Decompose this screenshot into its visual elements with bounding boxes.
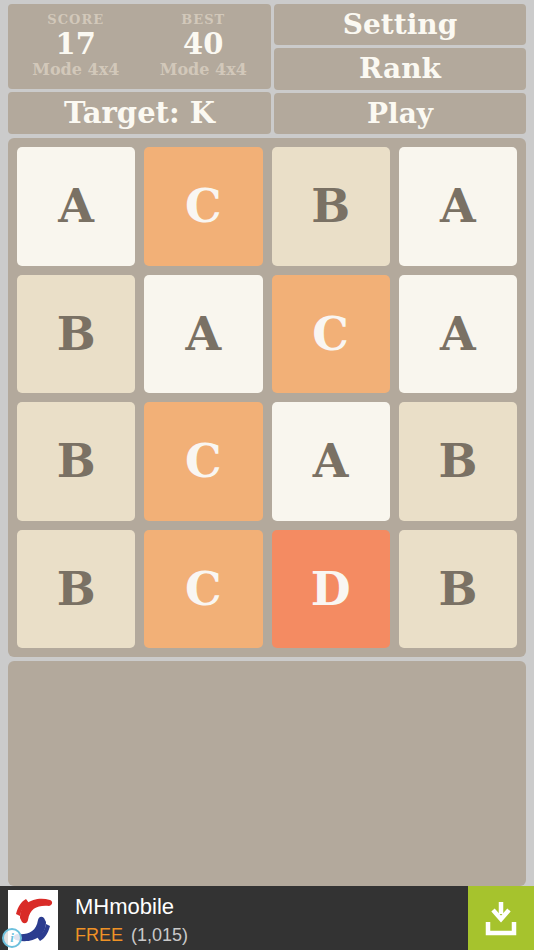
tile-r3c2: C	[144, 402, 262, 521]
tile-r3c4: B	[399, 402, 517, 521]
game-screen: SCORE 17 Mode 4x4 BEST 40 Mode 4x4 Targe…	[0, 0, 534, 950]
tile-r4c1: B	[17, 530, 135, 649]
ad-ratings-count: (1,015)	[131, 925, 188, 945]
rank-button[interactable]: Rank	[274, 48, 526, 89]
tile-r1c1: A	[17, 147, 135, 266]
play-button[interactable]: Play	[274, 93, 526, 134]
tile-r2c3: C	[272, 275, 390, 394]
score-block: SCORE 17 Mode 4x4	[32, 13, 119, 80]
score-panel: SCORE 17 Mode 4x4 BEST 40 Mode 4x4	[8, 4, 271, 89]
ad-text: MHmobile FREE(1,015)	[75, 893, 188, 946]
header-left: SCORE 17 Mode 4x4 BEST 40 Mode 4x4 Targe…	[8, 4, 271, 134]
tile-r1c4: A	[399, 147, 517, 266]
best-block: BEST 40 Mode 4x4	[160, 13, 247, 80]
ad-info-icon[interactable]: i	[2, 928, 22, 948]
tile-r4c2: C	[144, 530, 262, 649]
best-value: 40	[183, 28, 223, 61]
tile-r1c2: C	[144, 147, 262, 266]
ad-subline: FREE(1,015)	[75, 924, 188, 947]
tile-r4c4: B	[399, 530, 517, 649]
header: SCORE 17 Mode 4x4 BEST 40 Mode 4x4 Targe…	[8, 4, 526, 134]
tile-r1c3: B	[272, 147, 390, 266]
score-label: SCORE	[47, 13, 104, 28]
tile-r2c2: A	[144, 275, 262, 394]
download-button[interactable]	[468, 886, 534, 950]
ad-price: FREE	[75, 925, 123, 945]
score-value: 17	[56, 28, 96, 61]
best-mode: Mode 4x4	[160, 61, 247, 79]
tile-r2c4: A	[399, 275, 517, 394]
ad-banner[interactable]: MHmobile FREE(1,015)	[0, 886, 534, 950]
menu: Setting Rank Play	[274, 4, 526, 134]
lower-panel	[8, 661, 526, 886]
download-icon	[484, 900, 518, 936]
setting-button[interactable]: Setting	[274, 4, 526, 45]
best-label: BEST	[181, 13, 225, 28]
tile-r3c1: B	[17, 402, 135, 521]
game-board[interactable]: A C B A B A C A B C A B B C D B	[8, 138, 526, 657]
ad-app-name: MHmobile	[75, 893, 188, 921]
score-mode: Mode 4x4	[32, 61, 119, 79]
target-display: Target: K	[8, 92, 271, 134]
tile-r3c3: A	[272, 402, 390, 521]
tile-r4c3: D	[272, 530, 390, 649]
tile-r2c1: B	[17, 275, 135, 394]
